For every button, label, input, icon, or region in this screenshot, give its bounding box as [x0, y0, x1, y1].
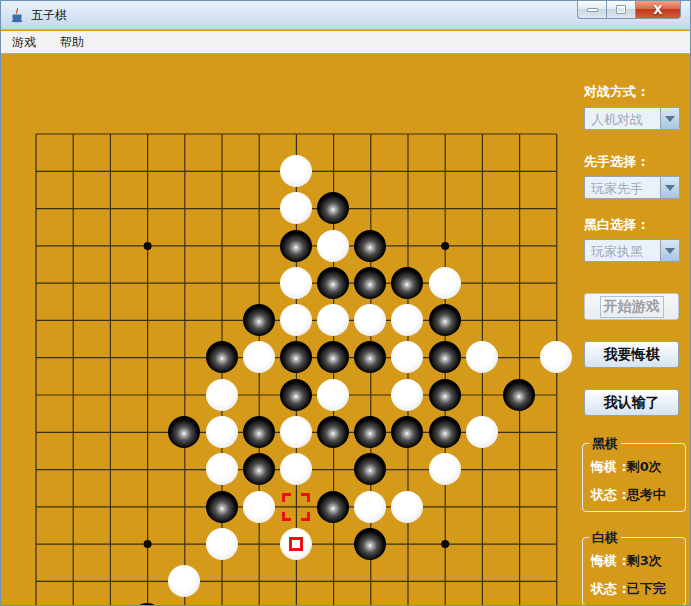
intersection-0-3[interactable]: [17, 227, 54, 264]
white-status-group: 白棋 悔棋 :剩3次 状态 :已下完: [582, 537, 686, 606]
intersection-9-2[interactable]: [352, 190, 389, 227]
black-status-label: 状态 :: [591, 487, 627, 502]
intersection-10-6[interactable]: [389, 339, 426, 376]
intersection-0-2[interactable]: [17, 190, 54, 227]
intersection-0-12[interactable]: [17, 563, 54, 600]
intersection-8-6[interactable]: [315, 339, 352, 376]
intersection-0-10[interactable]: [17, 488, 54, 525]
intersection-3-4[interactable]: [129, 264, 166, 301]
intersection-8-13[interactable]: [315, 600, 352, 606]
black-stone: [243, 453, 275, 485]
intersection-1-2[interactable]: [54, 190, 91, 227]
white-stone: [206, 379, 238, 411]
intersection-9-1[interactable]: [352, 152, 389, 189]
black-stone: [354, 341, 386, 373]
intersection-12-5[interactable]: [463, 301, 500, 338]
black-stone: [391, 267, 423, 299]
color-select-value: 玩家执黑: [585, 240, 660, 261]
intersection-10-5[interactable]: [389, 301, 426, 338]
java-app-icon: [9, 7, 25, 23]
white-stone: [243, 341, 275, 373]
resign-button-label: 我认输了: [604, 394, 660, 412]
intersection-14-11[interactable]: [538, 525, 575, 562]
intersection-4-1[interactable]: [166, 152, 203, 189]
intersection-14-4[interactable]: [538, 264, 575, 301]
intersection-0-11[interactable]: [17, 525, 54, 562]
intersection-4-9[interactable]: [166, 451, 203, 488]
white-stone: [280, 416, 312, 448]
maximize-button[interactable]: [607, 1, 635, 19]
intersection-10-0[interactable]: [389, 115, 426, 152]
intersection-4-7[interactable]: [166, 376, 203, 413]
black-status-group: 黑棋 悔棋 :剩0次 状态 :思考中: [582, 443, 686, 512]
intersection-1-12[interactable]: [54, 563, 91, 600]
chevron-down-icon: [665, 248, 675, 254]
intersection-11-1[interactable]: [426, 152, 463, 189]
intersection-4-10[interactable]: [166, 488, 203, 525]
intersection-5-7[interactable]: [203, 376, 240, 413]
minimize-button[interactable]: [577, 1, 607, 19]
intersection-9-7[interactable]: [352, 376, 389, 413]
intersection-6-7[interactable]: [240, 376, 277, 413]
intersection-5-11[interactable]: [203, 525, 240, 562]
window-controls: X: [577, 1, 681, 19]
intersection-6-3[interactable]: [240, 227, 277, 264]
black-undo-row: 悔棋 :剩0次: [591, 458, 662, 476]
intersection-4-5[interactable]: [166, 301, 203, 338]
white-undo-row: 悔棋 :剩3次: [591, 552, 662, 570]
intersection-12-11[interactable]: [463, 525, 500, 562]
black-stone: [429, 416, 461, 448]
black-stone: [206, 491, 238, 523]
intersection-11-2[interactable]: [426, 190, 463, 227]
battle-mode-label: 对战方式 :: [584, 83, 646, 101]
intersection-9-13[interactable]: [352, 600, 389, 606]
intersection-4-4[interactable]: [166, 264, 203, 301]
intersection-2-9[interactable]: [91, 451, 128, 488]
intersection-8-7[interactable]: [315, 376, 352, 413]
intersection-0-8[interactable]: [17, 413, 54, 450]
white-stone: [391, 379, 423, 411]
white-stone: [429, 453, 461, 485]
intersection-2-3[interactable]: [91, 227, 128, 264]
first-move-value: 玩家先手: [585, 177, 660, 198]
intersection-7-9[interactable]: [277, 451, 314, 488]
intersection-0-13[interactable]: [17, 600, 54, 606]
intersection-3-6[interactable]: [129, 339, 166, 376]
battle-mode-dropdown-button[interactable]: [660, 108, 679, 129]
intersection-8-10[interactable]: [315, 488, 352, 525]
intersection-12-0[interactable]: [463, 115, 500, 152]
intersection-2-8[interactable]: [91, 413, 128, 450]
black-stone: [354, 453, 386, 485]
first-move-select[interactable]: 玩家先手: [584, 176, 680, 199]
intersection-12-8[interactable]: [463, 413, 500, 450]
intersection-11-8[interactable]: [426, 413, 463, 450]
intersection-10-11[interactable]: [389, 525, 426, 562]
intersection-11-13[interactable]: [426, 600, 463, 606]
black-status-value: 思考中: [627, 487, 666, 502]
intersection-6-8[interactable]: [240, 413, 277, 450]
black-stone: [429, 341, 461, 373]
intersection-13-0[interactable]: [500, 115, 537, 152]
intersection-12-7[interactable]: [463, 376, 500, 413]
intersection-6-10[interactable]: [240, 488, 277, 525]
intersection-4-12[interactable]: [166, 563, 203, 600]
close-button[interactable]: X: [635, 1, 681, 19]
intersection-1-6[interactable]: [54, 339, 91, 376]
board-intersections: [17, 115, 575, 606]
intersection-9-0[interactable]: [352, 115, 389, 152]
black-stone: [131, 603, 163, 606]
intersection-13-9[interactable]: [500, 451, 537, 488]
intersection-7-7[interactable]: [277, 376, 314, 413]
start-game-button[interactable]: 开始游戏: [584, 293, 679, 320]
color-select-label: 黑白选择 :: [584, 216, 646, 234]
color-select[interactable]: 玩家执黑: [584, 239, 680, 262]
black-stone: [206, 341, 238, 373]
intersection-5-2[interactable]: [203, 190, 240, 227]
intersection-7-8[interactable]: [277, 413, 314, 450]
intersection-14-12[interactable]: [538, 563, 575, 600]
intersection-14-3[interactable]: [538, 227, 575, 264]
intersection-1-1[interactable]: [54, 152, 91, 189]
intersection-5-6[interactable]: [203, 339, 240, 376]
intersection-7-10[interactable]: [277, 488, 314, 525]
intersection-3-7[interactable]: [129, 376, 166, 413]
intersection-0-7[interactable]: [17, 376, 54, 413]
intersection-1-10[interactable]: [54, 488, 91, 525]
intersection-14-5[interactable]: [538, 301, 575, 338]
close-icon: X: [653, 3, 662, 17]
intersection-0-0[interactable]: [17, 115, 54, 152]
intersection-11-11[interactable]: [426, 525, 463, 562]
intersection-14-6[interactable]: [538, 339, 575, 376]
intersection-12-3[interactable]: [463, 227, 500, 264]
intersection-10-2[interactable]: [389, 190, 426, 227]
intersection-7-11[interactable]: [277, 525, 314, 562]
black-stone: [317, 416, 349, 448]
intersection-13-1[interactable]: [500, 152, 537, 189]
black-stone: [280, 230, 312, 262]
black-status-row: 状态 :思考中: [591, 486, 666, 504]
intersection-8-3[interactable]: [315, 227, 352, 264]
black-stone: [317, 192, 349, 224]
intersection-1-9[interactable]: [54, 451, 91, 488]
intersection-10-4[interactable]: [389, 264, 426, 301]
intersection-12-6[interactable]: [463, 339, 500, 376]
intersection-8-8[interactable]: [315, 413, 352, 450]
intersection-3-0[interactable]: [129, 115, 166, 152]
intersection-13-3[interactable]: [500, 227, 537, 264]
intersection-10-3[interactable]: [389, 227, 426, 264]
white-stone: [280, 192, 312, 224]
white-stone: [354, 304, 386, 336]
intersection-7-1[interactable]: [277, 152, 314, 189]
white-stone: [280, 304, 312, 336]
intersection-2-13[interactable]: [91, 600, 128, 606]
intersection-14-8[interactable]: [538, 413, 575, 450]
intersection-4-3[interactable]: [166, 227, 203, 264]
intersection-0-4[interactable]: [17, 264, 54, 301]
battle-mode-select[interactable]: 人机对战: [584, 107, 680, 130]
intersection-5-1[interactable]: [203, 152, 240, 189]
intersection-1-5[interactable]: [54, 301, 91, 338]
intersection-7-4[interactable]: [277, 264, 314, 301]
intersection-8-2[interactable]: [315, 190, 352, 227]
intersection-3-1[interactable]: [129, 152, 166, 189]
intersection-14-0[interactable]: [538, 115, 575, 152]
intersection-1-0[interactable]: [54, 115, 91, 152]
intersection-1-3[interactable]: [54, 227, 91, 264]
intersection-6-2[interactable]: [240, 190, 277, 227]
black-stone: [317, 341, 349, 373]
black-stone: [280, 341, 312, 373]
intersection-13-12[interactable]: [500, 563, 537, 600]
intersection-6-12[interactable]: [240, 563, 277, 600]
black-stone: [317, 267, 349, 299]
white-stone: [206, 528, 238, 560]
white-stone: [391, 341, 423, 373]
intersection-10-9[interactable]: [389, 451, 426, 488]
intersection-5-10[interactable]: [203, 488, 240, 525]
intersection-9-12[interactable]: [352, 563, 389, 600]
black-stone: [391, 416, 423, 448]
white-stone: [391, 491, 423, 523]
intersection-10-7[interactable]: [389, 376, 426, 413]
black-undo-value: 剩0次: [627, 459, 662, 474]
intersection-3-11[interactable]: [129, 525, 166, 562]
black-stone: [503, 379, 535, 411]
intersection-11-7[interactable]: [426, 376, 463, 413]
intersection-6-4[interactable]: [240, 264, 277, 301]
intersection-4-8[interactable]: [166, 413, 203, 450]
black-stone: [354, 230, 386, 262]
intersection-2-10[interactable]: [91, 488, 128, 525]
intersection-8-1[interactable]: [315, 152, 352, 189]
start-game-button-label: 开始游戏: [600, 296, 664, 318]
intersection-12-12[interactable]: [463, 563, 500, 600]
intersection-5-3[interactable]: [203, 227, 240, 264]
intersection-1-7[interactable]: [54, 376, 91, 413]
chevron-down-icon: [665, 116, 675, 122]
intersection-6-1[interactable]: [240, 152, 277, 189]
intersection-13-11[interactable]: [500, 525, 537, 562]
intersection-3-5[interactable]: [129, 301, 166, 338]
white-stone: [206, 453, 238, 485]
intersection-2-5[interactable]: [91, 301, 128, 338]
intersection-14-2[interactable]: [538, 190, 575, 227]
black-stone: [168, 416, 200, 448]
intersection-1-8[interactable]: [54, 413, 91, 450]
intersection-6-11[interactable]: [240, 525, 277, 562]
intersection-3-9[interactable]: [129, 451, 166, 488]
intersection-12-1[interactable]: [463, 152, 500, 189]
intersection-7-0[interactable]: [277, 115, 314, 152]
intersection-7-2[interactable]: [277, 190, 314, 227]
intersection-3-12[interactable]: [129, 563, 166, 600]
intersection-0-1[interactable]: [17, 152, 54, 189]
white-status-label: 状态 :: [591, 581, 627, 596]
intersection-14-10[interactable]: [538, 488, 575, 525]
intersection-11-3[interactable]: [426, 227, 463, 264]
intersection-9-9[interactable]: [352, 451, 389, 488]
intersection-10-8[interactable]: [389, 413, 426, 450]
menu-game[interactable]: 游戏: [8, 32, 40, 53]
intersection-9-3[interactable]: [352, 227, 389, 264]
white-stone: [354, 491, 386, 523]
intersection-4-6[interactable]: [166, 339, 203, 376]
white-stone: [280, 155, 312, 187]
intersection-3-13[interactable]: [129, 600, 166, 606]
intersection-10-12[interactable]: [389, 563, 426, 600]
intersection-8-9[interactable]: [315, 451, 352, 488]
intersection-7-5[interactable]: [277, 301, 314, 338]
intersection-11-0[interactable]: [426, 115, 463, 152]
intersection-3-2[interactable]: [129, 190, 166, 227]
menu-bar: 游戏 帮助: [1, 31, 690, 54]
intersection-2-7[interactable]: [91, 376, 128, 413]
intersection-2-6[interactable]: [91, 339, 128, 376]
resign-button[interactable]: 我认输了: [584, 389, 679, 416]
intersection-4-0[interactable]: [166, 115, 203, 152]
intersection-14-13[interactable]: [538, 600, 575, 606]
intersection-12-10[interactable]: [463, 488, 500, 525]
menu-help[interactable]: 帮助: [56, 32, 88, 53]
intersection-7-6[interactable]: [277, 339, 314, 376]
intersection-13-10[interactable]: [500, 488, 537, 525]
intersection-11-10[interactable]: [426, 488, 463, 525]
intersection-9-11[interactable]: [352, 525, 389, 562]
intersection-7-3[interactable]: [277, 227, 314, 264]
intersection-11-6[interactable]: [426, 339, 463, 376]
first-move-dropdown-button[interactable]: [660, 177, 679, 198]
app-window: 五子棋 X 游戏 帮助 对战方式 : 人机对战 先手选择 : 玩家先手 黑白选择…: [0, 0, 691, 606]
intersection-6-6[interactable]: [240, 339, 277, 376]
window-titlebar: 五子棋 X: [1, 1, 690, 30]
intersection-13-6[interactable]: [500, 339, 537, 376]
intersection-5-4[interactable]: [203, 264, 240, 301]
intersection-8-4[interactable]: [315, 264, 352, 301]
cursor-corner-tl: [282, 493, 291, 502]
intersection-3-3[interactable]: [129, 227, 166, 264]
cursor-marker: [282, 493, 310, 521]
intersection-2-1[interactable]: [91, 152, 128, 189]
intersection-5-5[interactable]: [203, 301, 240, 338]
intersection-10-10[interactable]: [389, 488, 426, 525]
intersection-9-8[interactable]: [352, 413, 389, 450]
black-stone: [354, 528, 386, 560]
cursor-corner-bl: [282, 512, 291, 521]
intersection-13-2[interactable]: [500, 190, 537, 227]
undo-button[interactable]: 我要悔棋: [584, 341, 679, 368]
intersection-4-2[interactable]: [166, 190, 203, 227]
black-stone: [317, 491, 349, 523]
intersection-13-7[interactable]: [500, 376, 537, 413]
intersection-6-9[interactable]: [240, 451, 277, 488]
intersection-5-0[interactable]: [203, 115, 240, 152]
intersection-2-2[interactable]: [91, 190, 128, 227]
intersection-2-0[interactable]: [91, 115, 128, 152]
white-stone: [317, 304, 349, 336]
intersection-11-12[interactable]: [426, 563, 463, 600]
intersection-2-4[interactable]: [91, 264, 128, 301]
intersection-13-5[interactable]: [500, 301, 537, 338]
minimize-icon: [587, 8, 598, 12]
intersection-6-5[interactable]: [240, 301, 277, 338]
intersection-7-12[interactable]: [277, 563, 314, 600]
cursor-corner-tr: [301, 493, 310, 502]
intersection-12-13[interactable]: [463, 600, 500, 606]
intersection-4-13[interactable]: [166, 600, 203, 606]
intersection-10-13[interactable]: [389, 600, 426, 606]
intersection-3-10[interactable]: [129, 488, 166, 525]
intersection-12-9[interactable]: [463, 451, 500, 488]
intersection-13-8[interactable]: [500, 413, 537, 450]
intersection-6-13[interactable]: [240, 600, 277, 606]
black-stone: [429, 304, 461, 336]
intersection-9-10[interactable]: [352, 488, 389, 525]
intersection-5-9[interactable]: [203, 451, 240, 488]
intersection-5-13[interactable]: [203, 600, 240, 606]
black-stone: [280, 379, 312, 411]
intersection-8-0[interactable]: [315, 115, 352, 152]
battle-mode-value: 人机对战: [585, 108, 660, 129]
intersection-6-0[interactable]: [240, 115, 277, 152]
intersection-12-4[interactable]: [463, 264, 500, 301]
intersection-0-9[interactable]: [17, 451, 54, 488]
intersection-11-5[interactable]: [426, 301, 463, 338]
intersection-9-5[interactable]: [352, 301, 389, 338]
window-title: 五子棋: [31, 1, 67, 30]
intersection-0-6[interactable]: [17, 339, 54, 376]
intersection-1-11[interactable]: [54, 525, 91, 562]
white-undo-label: 悔棋 :: [591, 553, 627, 568]
intersection-13-4[interactable]: [500, 264, 537, 301]
intersection-9-4[interactable]: [352, 264, 389, 301]
white-stone: [280, 453, 312, 485]
intersection-8-12[interactable]: [315, 563, 352, 600]
white-stone: [317, 230, 349, 262]
intersection-3-8[interactable]: [129, 413, 166, 450]
intersection-4-11[interactable]: [166, 525, 203, 562]
black-stone: [429, 379, 461, 411]
intersection-12-2[interactable]: [463, 190, 500, 227]
intersection-14-9[interactable]: [538, 451, 575, 488]
intersection-11-9[interactable]: [426, 451, 463, 488]
intersection-1-13[interactable]: [54, 600, 91, 606]
intersection-14-7[interactable]: [538, 376, 575, 413]
intersection-5-12[interactable]: [203, 563, 240, 600]
intersection-10-1[interactable]: [389, 152, 426, 189]
intersection-8-11[interactable]: [315, 525, 352, 562]
intersection-13-13[interactable]: [500, 600, 537, 606]
intersection-2-11[interactable]: [91, 525, 128, 562]
control-panel: 对战方式 : 人机对战 先手选择 : 玩家先手 黑白选择 : 玩家执黑 开始游戏…: [579, 55, 691, 606]
intersection-8-5[interactable]: [315, 301, 352, 338]
intersection-9-6[interactable]: [352, 339, 389, 376]
intersection-2-12[interactable]: [91, 563, 128, 600]
intersection-1-4[interactable]: [54, 264, 91, 301]
color-select-dropdown-button[interactable]: [660, 240, 679, 261]
white-status-value: 已下完: [627, 581, 666, 596]
intersection-14-1[interactable]: [538, 152, 575, 189]
intersection-5-8[interactable]: [203, 413, 240, 450]
intersection-11-4[interactable]: [426, 264, 463, 301]
intersection-0-5[interactable]: [17, 301, 54, 338]
intersection-7-13[interactable]: [277, 600, 314, 606]
white-undo-value: 剩3次: [627, 553, 662, 568]
